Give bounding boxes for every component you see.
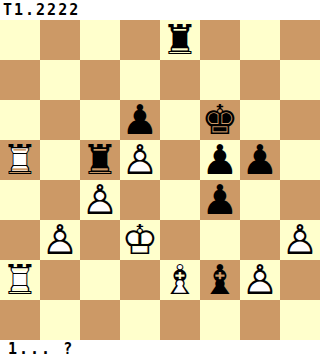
black-pawn-icon: ♟ [242,140,279,180]
square-d1[interactable] [120,300,160,340]
square-c4[interactable]: ♟♙ [80,180,120,220]
square-a2[interactable]: ♜♖ [0,260,40,300]
piece-outline: ♖ [2,260,39,300]
piece-outline: ♗ [162,260,199,300]
square-a6[interactable] [0,100,40,140]
black-pawn-icon: ♟ [122,100,159,140]
piece-outline: ♙ [122,140,159,180]
piece-outline: ♙ [242,260,279,300]
square-h1[interactable] [280,300,320,340]
white-pawn-icon: ♟♙ [122,140,159,180]
square-e4[interactable] [160,180,200,220]
square-b8[interactable] [40,20,80,60]
square-g7[interactable] [240,60,280,100]
white-pawn-icon: ♟♙ [82,180,119,220]
square-d2[interactable] [120,260,160,300]
square-h3[interactable]: ♟♙ [280,220,320,260]
piece-outline: ♔ [122,220,159,260]
square-h5[interactable] [280,140,320,180]
square-b1[interactable] [40,300,80,340]
square-c5[interactable]: ♜ [80,140,120,180]
square-f5[interactable]: ♟ [200,140,240,180]
square-h8[interactable] [280,20,320,60]
square-d8[interactable] [120,20,160,60]
white-pawn-icon: ♟♙ [42,220,79,260]
white-rook-icon: ♜♖ [2,140,39,180]
square-f7[interactable] [200,60,240,100]
square-g5[interactable]: ♟ [240,140,280,180]
square-f3[interactable] [200,220,240,260]
square-b6[interactable] [40,100,80,140]
piece-outline: ♖ [2,140,39,180]
square-d7[interactable] [120,60,160,100]
black-pawn-icon: ♟ [202,180,239,220]
square-a4[interactable] [0,180,40,220]
white-pawn-icon: ♟♙ [242,260,279,300]
square-g4[interactable] [240,180,280,220]
square-d5[interactable]: ♟♙ [120,140,160,180]
square-b4[interactable] [40,180,80,220]
piece-outline: ♙ [42,220,79,260]
square-f1[interactable] [200,300,240,340]
square-h2[interactable] [280,260,320,300]
piece-outline: ♙ [82,180,119,220]
black-pawn-icon: ♟ [202,140,239,180]
white-bishop-icon: ♝♗ [162,260,199,300]
square-c1[interactable] [80,300,120,340]
square-h6[interactable] [280,100,320,140]
white-rook-icon: ♜♖ [2,260,39,300]
square-a5[interactable]: ♜♖ [0,140,40,180]
square-d6[interactable]: ♟ [120,100,160,140]
square-e7[interactable] [160,60,200,100]
black-bishop-icon: ♝ [202,260,239,300]
square-c6[interactable] [80,100,120,140]
black-rook-icon: ♜ [162,20,199,60]
square-e3[interactable] [160,220,200,260]
square-e2[interactable]: ♝♗ [160,260,200,300]
square-f8[interactable] [200,20,240,60]
square-c7[interactable] [80,60,120,100]
square-d3[interactable]: ♚♔ [120,220,160,260]
square-a1[interactable] [0,300,40,340]
square-h7[interactable] [280,60,320,100]
square-b2[interactable] [40,260,80,300]
square-e8[interactable]: ♜ [160,20,200,60]
square-c2[interactable] [80,260,120,300]
square-b7[interactable] [40,60,80,100]
chess-board: ♜♟♚♜♖♜♟♙♟♟♟♙♟♟♙♚♔♟♙♜♖♝♗♝♟♙ [0,20,320,340]
puzzle-id: T1.2222 [3,1,80,19]
square-f2[interactable]: ♝ [200,260,240,300]
square-f6[interactable]: ♚ [200,100,240,140]
square-e5[interactable] [160,140,200,180]
square-f4[interactable]: ♟ [200,180,240,220]
square-g3[interactable] [240,220,280,260]
square-g6[interactable] [240,100,280,140]
square-c3[interactable] [80,220,120,260]
square-b3[interactable]: ♟♙ [40,220,80,260]
square-b5[interactable] [40,140,80,180]
white-king-icon: ♚♔ [122,220,159,260]
square-a8[interactable] [0,20,40,60]
square-g2[interactable]: ♟♙ [240,260,280,300]
square-g1[interactable] [240,300,280,340]
square-g8[interactable] [240,20,280,60]
square-a7[interactable] [0,60,40,100]
black-king-icon: ♚ [202,100,239,140]
square-e6[interactable] [160,100,200,140]
square-h4[interactable] [280,180,320,220]
white-pawn-icon: ♟♙ [282,220,319,260]
move-prompt: 1... ? [8,340,74,358]
square-d4[interactable] [120,180,160,220]
piece-outline: ♙ [282,220,319,260]
square-c8[interactable] [80,20,120,60]
black-rook-icon: ♜ [82,140,119,180]
square-e1[interactable] [160,300,200,340]
square-a3[interactable] [0,220,40,260]
